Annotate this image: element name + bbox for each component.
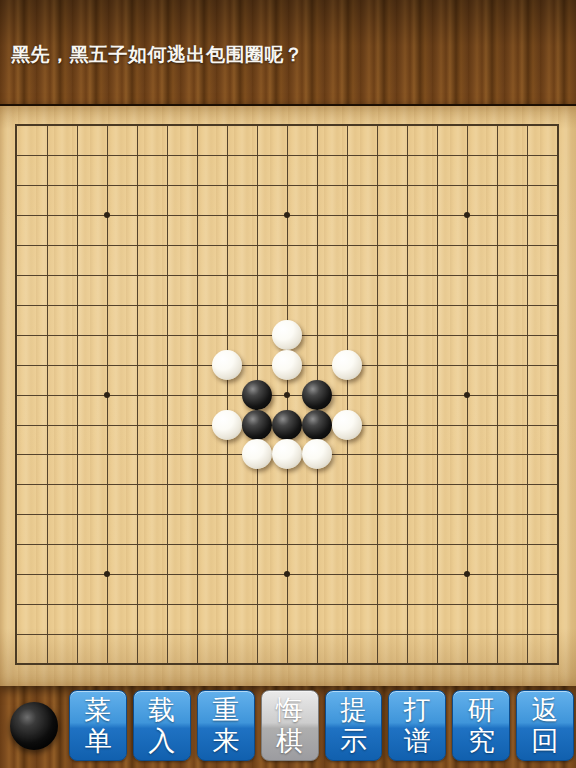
back-button[interactable]: 返回 xyxy=(516,690,574,761)
star-point xyxy=(104,392,110,398)
toolbar: 菜单 载入 重来 悔棋 提示 打谱 研究 返回 xyxy=(69,690,574,761)
puzzle-prompt: 黑先，黑五子如何逃出包围圈呢？ xyxy=(11,42,304,68)
white-stone xyxy=(212,350,242,380)
star-point xyxy=(104,212,110,218)
white-stone xyxy=(332,410,362,440)
black-stone xyxy=(302,380,332,410)
star-point xyxy=(104,571,110,577)
back-button-label: 返回 xyxy=(532,695,559,757)
app-screen: 黑先，黑五子如何逃出包围圈呢？ 菜单 载入 重来 悔棋 提示 打谱 研究 返回 xyxy=(0,0,576,768)
black-stone xyxy=(242,410,272,440)
load-button-label: 载入 xyxy=(148,695,175,757)
white-stone xyxy=(272,350,302,380)
gomoku-board[interactable] xyxy=(0,104,576,686)
top-bar: 黑先，黑五子如何逃出包围圈呢？ xyxy=(0,0,576,104)
white-stone xyxy=(212,410,242,440)
menu-button-label: 菜单 xyxy=(84,695,111,757)
white-stone xyxy=(332,350,362,380)
menu-button[interactable]: 菜单 xyxy=(69,690,127,761)
bottom-bar: 菜单 载入 重来 悔棋 提示 打谱 研究 返回 xyxy=(0,686,576,768)
restart-button[interactable]: 重来 xyxy=(197,690,255,761)
star-point xyxy=(284,392,290,398)
restart-button-label: 重来 xyxy=(212,695,239,757)
star-point xyxy=(464,392,470,398)
load-button[interactable]: 载入 xyxy=(133,690,191,761)
black-stone xyxy=(242,380,272,410)
study-button[interactable]: 研究 xyxy=(452,690,510,761)
undo-button-label: 悔棋 xyxy=(276,695,303,757)
undo-button[interactable]: 悔棋 xyxy=(261,690,319,761)
star-point xyxy=(284,571,290,577)
hint-button-label: 提示 xyxy=(340,695,367,757)
study-button-label: 研究 xyxy=(468,695,495,757)
kifu-button-label: 打谱 xyxy=(404,695,431,757)
white-stone xyxy=(272,320,302,350)
black-stone xyxy=(302,410,332,440)
turn-indicator-black-stone xyxy=(10,702,58,750)
black-stone xyxy=(272,410,302,440)
kifu-button[interactable]: 打谱 xyxy=(388,690,446,761)
hint-button[interactable]: 提示 xyxy=(325,690,383,761)
